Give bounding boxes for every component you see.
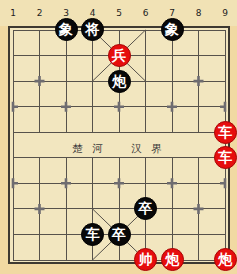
piece-red-cannon[interactable]: 炮 <box>161 248 184 271</box>
column-labels: 123456789 <box>0 2 237 18</box>
piece-black-cannon[interactable]: 炮 <box>108 70 131 93</box>
piece-black-elephant[interactable]: 象 <box>161 18 184 41</box>
piece-red-general[interactable]: 帅 <box>134 248 157 271</box>
piece-black-chariot[interactable]: 车 <box>81 223 104 246</box>
pieces-layer: 象将象兵炮车车卒车卒帅炮炮 <box>0 17 237 273</box>
piece-black-soldier[interactable]: 卒 <box>108 223 131 246</box>
piece-red-chariot[interactable]: 车 <box>214 121 237 144</box>
xiangqi-board: 楚 河 汉 界 123456789 象将象兵炮车车卒车卒帅炮炮 <box>0 0 237 274</box>
piece-black-soldier[interactable]: 卒 <box>134 197 157 220</box>
piece-black-elephant[interactable]: 象 <box>55 18 78 41</box>
piece-red-cannon[interactable]: 炮 <box>214 248 237 271</box>
piece-black-general[interactable]: 将 <box>81 18 104 41</box>
piece-red-soldier[interactable]: 兵 <box>108 44 131 67</box>
piece-red-chariot[interactable]: 车 <box>214 146 237 169</box>
